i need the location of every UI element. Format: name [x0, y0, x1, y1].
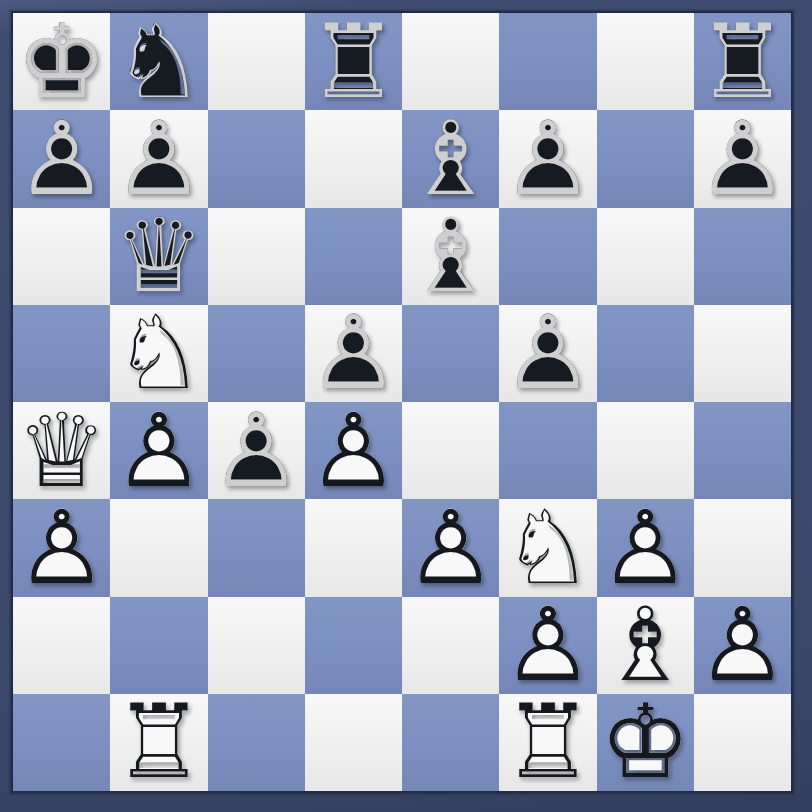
square-c1[interactable] — [208, 694, 305, 791]
black-bishop-outline-icon: ♗ — [402, 208, 499, 305]
piece-white-rook[interactable]: ♜♖ — [499, 694, 596, 791]
square-h6[interactable] — [694, 208, 791, 305]
piece-black-pawn[interactable]: ♟♙ — [499, 305, 596, 402]
square-f2[interactable]: ♟♙ — [499, 597, 596, 694]
piece-white-king[interactable]: ♚♔ — [597, 694, 694, 791]
square-c5[interactable] — [208, 305, 305, 402]
square-a1[interactable] — [13, 694, 110, 791]
piece-white-pawn[interactable]: ♟♙ — [694, 597, 791, 694]
piece-white-pawn[interactable]: ♟♙ — [402, 499, 499, 596]
black-bishop-outline-icon: ♗ — [402, 110, 499, 207]
square-d7[interactable] — [305, 110, 402, 207]
square-d1[interactable] — [305, 694, 402, 791]
square-g5[interactable] — [597, 305, 694, 402]
black-king-outline-icon: ♔ — [13, 13, 110, 110]
square-e7[interactable]: ♝♗ — [402, 110, 499, 207]
square-a7[interactable]: ♟♙ — [13, 110, 110, 207]
white-bishop-outline-icon: ♗ — [597, 597, 694, 694]
square-h1[interactable] — [694, 694, 791, 791]
square-e4[interactable] — [402, 402, 499, 499]
white-rook-outline-icon: ♖ — [499, 694, 596, 791]
piece-black-bishop[interactable]: ♝♗ — [402, 110, 499, 207]
piece-white-pawn[interactable]: ♟♙ — [305, 402, 402, 499]
square-c2[interactable] — [208, 597, 305, 694]
square-e2[interactable] — [402, 597, 499, 694]
piece-white-pawn[interactable]: ♟♙ — [110, 402, 207, 499]
square-g4[interactable] — [597, 402, 694, 499]
white-pawn-outline-icon: ♙ — [305, 402, 402, 499]
white-pawn-outline-icon: ♙ — [110, 402, 207, 499]
piece-black-queen[interactable]: ♛♕ — [110, 208, 207, 305]
black-pawn-outline-icon: ♙ — [305, 305, 402, 402]
square-d3[interactable] — [305, 499, 402, 596]
black-pawn-outline-icon: ♙ — [13, 110, 110, 207]
square-b4[interactable]: ♟♙ — [110, 402, 207, 499]
white-knight-outline-icon: ♘ — [110, 305, 207, 402]
piece-white-queen[interactable]: ♛♕ — [13, 402, 110, 499]
chess-board-frame: ♚♔♞♘♜♖♜♖♟♙♟♙♝♗♟♙♟♙♛♕♝♗♞♘♟♙♟♙♛♕♟♙♟♙♟♙♟♙♟♙… — [0, 0, 812, 812]
piece-white-bishop[interactable]: ♝♗ — [597, 597, 694, 694]
square-f7[interactable]: ♟♙ — [499, 110, 596, 207]
square-a6[interactable] — [13, 208, 110, 305]
piece-black-rook[interactable]: ♜♖ — [694, 13, 791, 110]
square-c4[interactable]: ♟♙ — [208, 402, 305, 499]
square-h5[interactable] — [694, 305, 791, 402]
square-a3[interactable]: ♟♙ — [13, 499, 110, 596]
white-knight-outline-icon: ♘ — [499, 499, 596, 596]
square-f8[interactable] — [499, 13, 596, 110]
piece-white-knight[interactable]: ♞♘ — [110, 305, 207, 402]
square-f4[interactable] — [499, 402, 596, 499]
square-g6[interactable] — [597, 208, 694, 305]
square-b6[interactable]: ♛♕ — [110, 208, 207, 305]
piece-black-pawn[interactable]: ♟♙ — [305, 305, 402, 402]
square-b1[interactable]: ♜♖ — [110, 694, 207, 791]
piece-black-knight[interactable]: ♞♘ — [110, 13, 207, 110]
square-g7[interactable] — [597, 110, 694, 207]
square-d5[interactable]: ♟♙ — [305, 305, 402, 402]
square-c8[interactable] — [208, 13, 305, 110]
square-e8[interactable] — [402, 13, 499, 110]
piece-white-knight[interactable]: ♞♘ — [499, 499, 596, 596]
piece-black-pawn[interactable]: ♟♙ — [110, 110, 207, 207]
square-e3[interactable]: ♟♙ — [402, 499, 499, 596]
black-rook-outline-icon: ♖ — [694, 13, 791, 110]
piece-black-pawn[interactable]: ♟♙ — [208, 402, 305, 499]
piece-white-pawn[interactable]: ♟♙ — [13, 499, 110, 596]
square-b3[interactable] — [110, 499, 207, 596]
square-h7[interactable]: ♟♙ — [694, 110, 791, 207]
white-rook-outline-icon: ♖ — [110, 694, 207, 791]
white-pawn-outline-icon: ♙ — [402, 499, 499, 596]
square-e6[interactable]: ♝♗ — [402, 208, 499, 305]
square-g3[interactable]: ♟♙ — [597, 499, 694, 596]
square-b5[interactable]: ♞♘ — [110, 305, 207, 402]
piece-black-king[interactable]: ♚♔ — [13, 13, 110, 110]
square-f1[interactable]: ♜♖ — [499, 694, 596, 791]
black-pawn-outline-icon: ♙ — [499, 110, 596, 207]
black-queen-outline-icon: ♕ — [110, 208, 207, 305]
chess-board: ♚♔♞♘♜♖♜♖♟♙♟♙♝♗♟♙♟♙♛♕♝♗♞♘♟♙♟♙♛♕♟♙♟♙♟♙♟♙♟♙… — [13, 13, 791, 791]
square-b8[interactable]: ♞♘ — [110, 13, 207, 110]
black-pawn-outline-icon: ♙ — [694, 110, 791, 207]
square-c3[interactable] — [208, 499, 305, 596]
black-rook-outline-icon: ♖ — [305, 13, 402, 110]
square-c6[interactable] — [208, 208, 305, 305]
piece-black-bishop[interactable]: ♝♗ — [402, 208, 499, 305]
white-pawn-outline-icon: ♙ — [13, 499, 110, 596]
white-pawn-outline-icon: ♙ — [597, 499, 694, 596]
white-king-outline-icon: ♔ — [597, 694, 694, 791]
piece-white-rook[interactable]: ♜♖ — [110, 694, 207, 791]
square-c7[interactable] — [208, 110, 305, 207]
black-knight-outline-icon: ♘ — [110, 13, 207, 110]
square-d4[interactable]: ♟♙ — [305, 402, 402, 499]
square-d2[interactable] — [305, 597, 402, 694]
square-a5[interactable] — [13, 305, 110, 402]
square-d6[interactable] — [305, 208, 402, 305]
square-b2[interactable] — [110, 597, 207, 694]
square-a8[interactable]: ♚♔ — [13, 13, 110, 110]
white-queen-outline-icon: ♕ — [13, 402, 110, 499]
piece-black-pawn[interactable]: ♟♙ — [499, 110, 596, 207]
piece-black-rook[interactable]: ♜♖ — [305, 13, 402, 110]
piece-black-pawn[interactable]: ♟♙ — [694, 110, 791, 207]
white-pawn-outline-icon: ♙ — [694, 597, 791, 694]
square-a4[interactable]: ♛♕ — [13, 402, 110, 499]
square-f3[interactable]: ♞♘ — [499, 499, 596, 596]
piece-white-pawn[interactable]: ♟♙ — [597, 499, 694, 596]
square-h2[interactable]: ♟♙ — [694, 597, 791, 694]
square-g1[interactable]: ♚♔ — [597, 694, 694, 791]
square-g8[interactable] — [597, 13, 694, 110]
piece-white-pawn[interactable]: ♟♙ — [499, 597, 596, 694]
square-f6[interactable] — [499, 208, 596, 305]
square-h4[interactable] — [694, 402, 791, 499]
white-pawn-outline-icon: ♙ — [499, 597, 596, 694]
black-pawn-outline-icon: ♙ — [208, 402, 305, 499]
black-pawn-outline-icon: ♙ — [499, 305, 596, 402]
square-d8[interactable]: ♜♖ — [305, 13, 402, 110]
square-f5[interactable]: ♟♙ — [499, 305, 596, 402]
square-e5[interactable] — [402, 305, 499, 402]
square-h3[interactable] — [694, 499, 791, 596]
black-pawn-outline-icon: ♙ — [110, 110, 207, 207]
square-b7[interactable]: ♟♙ — [110, 110, 207, 207]
piece-black-pawn[interactable]: ♟♙ — [13, 110, 110, 207]
square-g2[interactable]: ♝♗ — [597, 597, 694, 694]
square-a2[interactable] — [13, 597, 110, 694]
square-h8[interactable]: ♜♖ — [694, 13, 791, 110]
square-e1[interactable] — [402, 694, 499, 791]
